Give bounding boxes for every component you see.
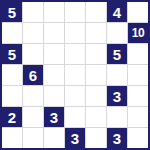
empty-cell-r2c1[interactable] xyxy=(23,44,43,64)
empty-cell-r6c4[interactable] xyxy=(86,128,106,148)
empty-cell-r3c2[interactable] xyxy=(44,65,64,85)
empty-cell-r1c4[interactable] xyxy=(86,23,106,43)
empty-cell-r3c3[interactable] xyxy=(65,65,85,85)
clue-cell-r6c3[interactable]: 3 xyxy=(65,128,85,148)
empty-cell-r5c5[interactable] xyxy=(107,107,127,127)
clue-cell-r3c1[interactable]: 6 xyxy=(23,65,43,85)
clue-cell-r0c0[interactable]: 5 xyxy=(2,2,22,22)
shikaku-board: 541055632333 xyxy=(0,0,150,150)
empty-cell-r6c2[interactable] xyxy=(44,128,64,148)
empty-cell-r4c0[interactable] xyxy=(2,86,22,106)
empty-cell-r4c1[interactable] xyxy=(23,86,43,106)
clue-cell-r1c6[interactable]: 10 xyxy=(128,23,148,43)
empty-cell-r2c6[interactable] xyxy=(128,44,148,64)
empty-cell-r5c6[interactable] xyxy=(128,107,148,127)
empty-cell-r0c3[interactable] xyxy=(65,2,85,22)
empty-cell-r6c0[interactable] xyxy=(2,128,22,148)
empty-cell-r1c3[interactable] xyxy=(65,23,85,43)
empty-cell-r3c5[interactable] xyxy=(107,65,127,85)
empty-cell-r1c1[interactable] xyxy=(23,23,43,43)
puzzle-grid: 541055632333 xyxy=(2,2,148,148)
clue-cell-r2c0[interactable]: 5 xyxy=(2,44,22,64)
clue-cell-r4c5[interactable]: 3 xyxy=(107,86,127,106)
empty-cell-r4c2[interactable] xyxy=(44,86,64,106)
empty-cell-r6c6[interactable] xyxy=(128,128,148,148)
empty-cell-r0c4[interactable] xyxy=(86,2,106,22)
empty-cell-r4c6[interactable] xyxy=(128,86,148,106)
clue-cell-r5c0[interactable]: 2 xyxy=(2,107,22,127)
empty-cell-r6c1[interactable] xyxy=(23,128,43,148)
empty-cell-r4c3[interactable] xyxy=(65,86,85,106)
empty-cell-r3c4[interactable] xyxy=(86,65,106,85)
empty-cell-r4c4[interactable] xyxy=(86,86,106,106)
empty-cell-r2c4[interactable] xyxy=(86,44,106,64)
clue-cell-r5c2[interactable]: 3 xyxy=(44,107,64,127)
empty-cell-r0c2[interactable] xyxy=(44,2,64,22)
clue-cell-r2c5[interactable]: 5 xyxy=(107,44,127,64)
empty-cell-r0c6[interactable] xyxy=(128,2,148,22)
empty-cell-r5c1[interactable] xyxy=(23,107,43,127)
empty-cell-r2c2[interactable] xyxy=(44,44,64,64)
empty-cell-r1c0[interactable] xyxy=(2,23,22,43)
empty-cell-r0c1[interactable] xyxy=(23,2,43,22)
empty-cell-r2c3[interactable] xyxy=(65,44,85,64)
empty-cell-r3c0[interactable] xyxy=(2,65,22,85)
empty-cell-r5c3[interactable] xyxy=(65,107,85,127)
clue-cell-r0c5[interactable]: 4 xyxy=(107,2,127,22)
empty-cell-r1c2[interactable] xyxy=(44,23,64,43)
empty-cell-r3c6[interactable] xyxy=(128,65,148,85)
clue-cell-r6c5[interactable]: 3 xyxy=(107,128,127,148)
empty-cell-r5c4[interactable] xyxy=(86,107,106,127)
empty-cell-r1c5[interactable] xyxy=(107,23,127,43)
